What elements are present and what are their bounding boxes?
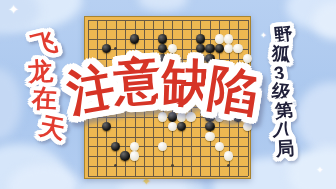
- stone-white: [215, 142, 224, 151]
- stone-white: [224, 44, 233, 53]
- stone-black: [205, 122, 214, 131]
- cloud: [138, 0, 188, 11]
- cloud: [0, 68, 22, 140]
- stone-white: [233, 44, 242, 53]
- sparkle-star-icon: ✦: [316, 166, 324, 175]
- stone-black: [215, 44, 224, 53]
- headline-char: 陷: [205, 62, 262, 119]
- right-caption: 野狐3级第八局: [274, 26, 293, 159]
- stone-black: [120, 151, 129, 160]
- stone-white: [158, 142, 167, 151]
- stone-white: [205, 132, 214, 141]
- left-caption-char: 龙: [27, 58, 54, 85]
- stone-black: [168, 112, 177, 121]
- stone-black: [205, 44, 214, 53]
- headline-char: 意: [112, 54, 166, 108]
- board-grid-line: [88, 20, 249, 21]
- stone-black: [177, 122, 186, 131]
- cloud: [296, 82, 336, 154]
- stone-black: [102, 44, 111, 53]
- stone-black: [102, 122, 111, 131]
- board-grid-line: [88, 137, 249, 138]
- stone-black: [158, 34, 167, 43]
- stone-white: [224, 34, 233, 43]
- board-grid-line: [88, 166, 249, 167]
- stone-white: [130, 142, 139, 151]
- stone-white: [158, 112, 167, 121]
- left-caption-char: 天: [38, 113, 67, 142]
- left-caption-char: 在: [31, 86, 57, 112]
- stone-white: [215, 34, 224, 43]
- star-point: [114, 47, 117, 50]
- headline-caption: 注意缺陷: [66, 56, 258, 106]
- stone-black: [196, 44, 205, 53]
- board-grid-line: [88, 176, 249, 177]
- stone-black: [130, 34, 139, 43]
- stone-white: [243, 122, 252, 131]
- sparkle-star-icon: ✦: [8, 3, 19, 16]
- star-point: [114, 164, 117, 167]
- stone-white: [168, 44, 177, 53]
- stone-white: [186, 112, 195, 121]
- stone-white: [168, 122, 177, 131]
- star-point: [171, 164, 174, 167]
- stone-black: [111, 142, 120, 151]
- stone-white: [224, 151, 233, 160]
- sparkle-star-icon: ✦: [260, 32, 267, 40]
- left-caption: 飞龙在天: [28, 32, 53, 138]
- left-caption-char: 飞: [29, 28, 59, 58]
- headline-char: 缺: [161, 57, 213, 109]
- stone-white: [177, 112, 186, 121]
- video-thumbnail: ✦ ✦ ✦ ✦ ✦ 飞龙在天 注意缺陷 野狐3级第八局: [0, 0, 336, 189]
- board-grid-line: [88, 29, 249, 30]
- stone-white: [130, 151, 139, 160]
- right-caption-char: 局: [276, 139, 295, 158]
- stone-black: [196, 34, 205, 43]
- star-point: [227, 164, 230, 167]
